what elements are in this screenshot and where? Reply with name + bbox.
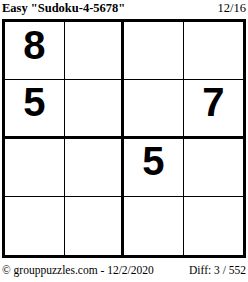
cell-r1c3[interactable] bbox=[124, 22, 184, 80]
cell-r1c2[interactable] bbox=[65, 22, 125, 80]
cell-r3c3[interactable]: 5 bbox=[124, 139, 184, 197]
cell-r1c1[interactable]: 8 bbox=[5, 22, 65, 80]
cell-r2c3[interactable] bbox=[124, 80, 184, 138]
cell-r3c4[interactable] bbox=[184, 139, 244, 197]
sudoku-board: 8575 bbox=[2, 19, 246, 258]
cell-r1c4[interactable] bbox=[184, 22, 244, 80]
cell-r2c4[interactable]: 7 bbox=[184, 80, 244, 138]
difficulty-text: Diff: 3 / 552 bbox=[189, 263, 246, 277]
header: Easy "Sudoku-4-5678" 12/16 bbox=[2, 1, 246, 18]
cell-r4c1[interactable] bbox=[5, 197, 65, 255]
copyright-text: © grouppuzzles.com - 12/2/2020 bbox=[2, 263, 154, 277]
puzzle-page: Easy "Sudoku-4-5678" 12/16 8575 © groupp… bbox=[0, 0, 248, 282]
cell-r3c1[interactable] bbox=[5, 139, 65, 197]
given-digit: 8 bbox=[23, 25, 45, 65]
footer: © grouppuzzles.com - 12/2/2020 Diff: 3 /… bbox=[2, 263, 246, 277]
given-digit: 7 bbox=[202, 82, 224, 122]
cell-r4c2[interactable] bbox=[65, 197, 125, 255]
given-digit: 5 bbox=[23, 82, 45, 122]
cell-r2c1[interactable]: 5 bbox=[5, 80, 65, 138]
cell-r4c3[interactable] bbox=[124, 197, 184, 255]
cell-r3c2[interactable] bbox=[65, 139, 125, 197]
page-number: 12/16 bbox=[218, 1, 246, 16]
given-digit: 5 bbox=[142, 141, 164, 181]
puzzle-title: Easy "Sudoku-4-5678" bbox=[2, 1, 125, 16]
cell-r2c2[interactable] bbox=[65, 80, 125, 138]
cell-r4c4[interactable] bbox=[184, 197, 244, 255]
